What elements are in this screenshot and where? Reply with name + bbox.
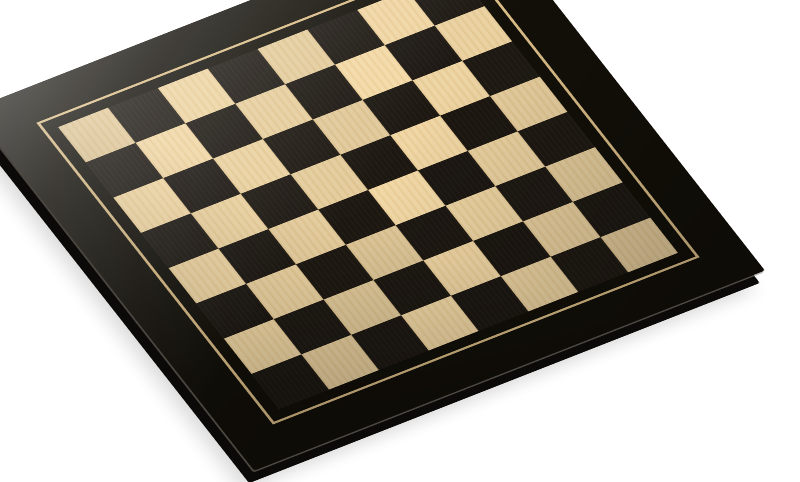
product-photo-background [0,0,800,482]
chess-board [0,0,765,471]
board-grid [58,0,678,409]
frame-inlay-line [36,0,699,425]
